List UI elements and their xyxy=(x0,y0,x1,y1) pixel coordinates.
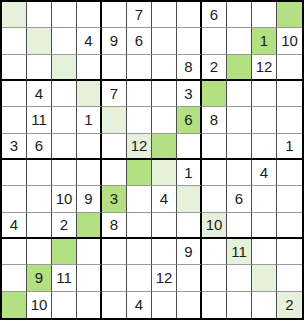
cell-r5c12[interactable] xyxy=(277,107,302,133)
cell-r2c3[interactable] xyxy=(52,28,77,54)
cell-r10c5[interactable] xyxy=(102,239,127,265)
cell-r5c5[interactable] xyxy=(102,107,127,133)
cell-r9c4[interactable] xyxy=(77,213,102,239)
cell-r3c2[interactable] xyxy=(27,55,52,81)
cell-r7c10[interactable] xyxy=(227,160,252,186)
cell-r9c9[interactable]: 10 xyxy=(202,213,227,239)
cell-r8c6[interactable] xyxy=(127,186,152,212)
cell-r1c3[interactable] xyxy=(52,2,77,28)
cell-r10c1[interactable] xyxy=(2,239,27,265)
cell-r2c2[interactable] xyxy=(27,28,52,54)
cell-r9c3[interactable]: 2 xyxy=(52,213,77,239)
cell-r7c5[interactable] xyxy=(102,160,127,186)
cell-r12c2[interactable]: 10 xyxy=(27,292,52,318)
cell-r9c6[interactable] xyxy=(127,213,152,239)
cell-r2c1[interactable] xyxy=(2,28,27,54)
cell-r8c4[interactable]: 9 xyxy=(77,186,102,212)
cell-r6c2[interactable]: 6 xyxy=(27,134,52,160)
cell-r3c5[interactable] xyxy=(102,55,127,81)
cell-r11c1[interactable] xyxy=(2,265,27,291)
cell-r4c7[interactable] xyxy=(152,81,177,107)
cell-r9c11[interactable] xyxy=(252,213,277,239)
cell-r3c10[interactable] xyxy=(227,55,252,81)
cell-r4c4[interactable] xyxy=(77,81,102,107)
cell-r5c2[interactable]: 11 xyxy=(27,107,52,133)
cell-r3c7[interactable] xyxy=(152,55,177,81)
cell-r11c7[interactable]: 12 xyxy=(152,265,177,291)
cell-r10c11[interactable] xyxy=(252,239,277,265)
cell-r5c6[interactable] xyxy=(127,107,152,133)
cell-r5c3[interactable] xyxy=(52,107,77,133)
cell-r2c12[interactable]: 10 xyxy=(277,28,302,54)
cell-r7c12[interactable] xyxy=(277,160,302,186)
cell-r7c8[interactable]: 1 xyxy=(177,160,202,186)
cell-r5c1[interactable] xyxy=(2,107,27,133)
cell-r7c4[interactable] xyxy=(77,160,102,186)
cell-r7c1[interactable] xyxy=(2,160,27,186)
cell-r1c2[interactable] xyxy=(27,2,52,28)
cell-r10c4[interactable] xyxy=(77,239,102,265)
cell-r8c12[interactable] xyxy=(277,186,302,212)
cell-r5c9[interactable]: 8 xyxy=(202,107,227,133)
cell-r4c5[interactable]: 7 xyxy=(102,81,127,107)
cell-r6c6[interactable]: 12 xyxy=(127,134,152,160)
cell-r1c7[interactable] xyxy=(152,2,177,28)
cell-r9c8[interactable] xyxy=(177,213,202,239)
cell-r12c9[interactable] xyxy=(202,292,227,318)
cell-r11c11[interactable] xyxy=(252,265,277,291)
cell-r10c12[interactable] xyxy=(277,239,302,265)
cell-r8c10[interactable]: 6 xyxy=(227,186,252,212)
cell-r6c1[interactable]: 3 xyxy=(2,134,27,160)
cell-r4c8[interactable]: 3 xyxy=(177,81,202,107)
cell-r1c1[interactable] xyxy=(2,2,27,28)
cell-r3c11[interactable]: 12 xyxy=(252,55,277,81)
cell-r8c8[interactable] xyxy=(177,186,202,212)
cell-r4c9[interactable] xyxy=(202,81,227,107)
cell-r11c3[interactable]: 11 xyxy=(52,265,77,291)
cell-r9c7[interactable] xyxy=(152,213,177,239)
cell-r2c9[interactable] xyxy=(202,28,227,54)
cell-r8c9[interactable] xyxy=(202,186,227,212)
cell-r7c3[interactable] xyxy=(52,160,77,186)
cell-r7c11[interactable]: 4 xyxy=(252,160,277,186)
cell-r3c4[interactable] xyxy=(77,55,102,81)
cell-r6c5[interactable] xyxy=(102,134,127,160)
cell-r2c11[interactable]: 1 xyxy=(252,28,277,54)
cell-r9c2[interactable] xyxy=(27,213,52,239)
cell-r5c4[interactable]: 1 xyxy=(77,107,102,133)
cell-r1c4[interactable] xyxy=(77,2,102,28)
cell-r10c2[interactable] xyxy=(27,239,52,265)
cell-r4c11[interactable] xyxy=(252,81,277,107)
cell-r6c7[interactable] xyxy=(152,134,177,160)
cell-r11c9[interactable] xyxy=(202,265,227,291)
cell-r2c4[interactable]: 4 xyxy=(77,28,102,54)
cell-r4c2[interactable]: 4 xyxy=(27,81,52,107)
cell-r10c3[interactable] xyxy=(52,239,77,265)
cell-r6c8[interactable] xyxy=(177,134,202,160)
cell-r12c5[interactable] xyxy=(102,292,127,318)
cell-r1c6[interactable]: 7 xyxy=(127,2,152,28)
cell-r4c3[interactable] xyxy=(52,81,77,107)
cell-r10c6[interactable] xyxy=(127,239,152,265)
cell-r8c11[interactable] xyxy=(252,186,277,212)
cell-r12c7[interactable] xyxy=(152,292,177,318)
cell-r4c12[interactable] xyxy=(277,81,302,107)
cell-r9c10[interactable] xyxy=(227,213,252,239)
cell-r12c8[interactable] xyxy=(177,292,202,318)
cell-r10c9[interactable] xyxy=(202,239,227,265)
cell-r12c4[interactable] xyxy=(77,292,102,318)
cell-r6c10[interactable] xyxy=(227,134,252,160)
cell-r1c8[interactable] xyxy=(177,2,202,28)
cell-r10c10[interactable]: 11 xyxy=(227,239,252,265)
cell-r10c8[interactable]: 9 xyxy=(177,239,202,265)
cell-r4c6[interactable] xyxy=(127,81,152,107)
cell-r7c2[interactable] xyxy=(27,160,52,186)
cell-r7c9[interactable] xyxy=(202,160,227,186)
cell-r1c5[interactable] xyxy=(102,2,127,28)
cell-r2c6[interactable]: 6 xyxy=(127,28,152,54)
cell-r5c8[interactable]: 6 xyxy=(177,107,202,133)
cell-r3c9[interactable]: 2 xyxy=(202,55,227,81)
cell-r9c1[interactable]: 4 xyxy=(2,213,27,239)
cell-r5c7[interactable] xyxy=(152,107,177,133)
cell-r3c8[interactable]: 8 xyxy=(177,55,202,81)
cell-r11c10[interactable] xyxy=(227,265,252,291)
cell-r12c6[interactable]: 4 xyxy=(127,292,152,318)
cell-r8c5[interactable]: 3 xyxy=(102,186,127,212)
cell-r6c3[interactable] xyxy=(52,134,77,160)
cell-r12c1[interactable] xyxy=(2,292,27,318)
cell-r3c1[interactable] xyxy=(2,55,27,81)
cell-r12c3[interactable] xyxy=(52,292,77,318)
cell-r9c5[interactable]: 8 xyxy=(102,213,127,239)
cell-r11c2[interactable]: 9 xyxy=(27,265,52,291)
cell-r6c4[interactable] xyxy=(77,134,102,160)
cell-r12c12[interactable]: 2 xyxy=(277,292,302,318)
cell-r12c11[interactable] xyxy=(252,292,277,318)
cell-r2c8[interactable] xyxy=(177,28,202,54)
cell-r11c5[interactable] xyxy=(102,265,127,291)
cell-r1c10[interactable] xyxy=(227,2,252,28)
cell-r7c6[interactable] xyxy=(127,160,152,186)
cell-r3c12[interactable] xyxy=(277,55,302,81)
cell-r1c9[interactable]: 6 xyxy=(202,2,227,28)
cell-r1c12[interactable] xyxy=(277,2,302,28)
cell-r9c12[interactable] xyxy=(277,213,302,239)
cell-r11c4[interactable] xyxy=(77,265,102,291)
cell-r12c10[interactable] xyxy=(227,292,252,318)
cell-r2c7[interactable] xyxy=(152,28,177,54)
cell-r2c10[interactable] xyxy=(227,28,252,54)
cell-r5c11[interactable] xyxy=(252,107,277,133)
cell-r5c10[interactable] xyxy=(227,107,252,133)
cell-r7c7[interactable] xyxy=(152,160,177,186)
cell-r4c10[interactable] xyxy=(227,81,252,107)
sudoku-board: 7649611082124731116836121141093464281091… xyxy=(0,0,304,320)
cell-r11c12[interactable] xyxy=(277,265,302,291)
cell-r11c6[interactable] xyxy=(127,265,152,291)
cell-r10c7[interactable] xyxy=(152,239,177,265)
cell-r8c1[interactable] xyxy=(2,186,27,212)
cell-r4c1[interactable] xyxy=(2,81,27,107)
cell-r1c11[interactable] xyxy=(252,2,277,28)
cell-r8c3[interactable]: 10 xyxy=(52,186,77,212)
cell-r6c9[interactable] xyxy=(202,134,227,160)
cell-r2c5[interactable]: 9 xyxy=(102,28,127,54)
cell-r11c8[interactable] xyxy=(177,265,202,291)
cell-r6c11[interactable] xyxy=(252,134,277,160)
cell-r3c3[interactable] xyxy=(52,55,77,81)
cell-r8c7[interactable]: 4 xyxy=(152,186,177,212)
cell-r8c2[interactable] xyxy=(27,186,52,212)
cell-r3c6[interactable] xyxy=(127,55,152,81)
cell-r6c12[interactable]: 1 xyxy=(277,134,302,160)
